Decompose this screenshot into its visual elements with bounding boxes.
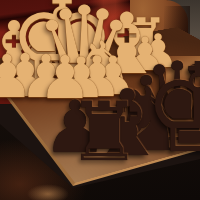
piece-light-queen: ♛ bbox=[33, 0, 134, 105]
piece-light-pawn: ♟ bbox=[38, 48, 91, 107]
piece-dark-knight: ♞ bbox=[110, 76, 189, 164]
piece-light-rook: ♜ bbox=[112, 10, 171, 75]
chess-photo-scene: ♝♞♚♛♞♝♜♟♟♟♟♟♟♟♟♟♟♜♝♞♛♚ bbox=[0, 0, 200, 200]
piece-light-knight: ♞ bbox=[6, 21, 71, 94]
piece-dark-pawn: ♟ bbox=[43, 91, 108, 163]
piece-dark-rook: ♜ bbox=[68, 92, 141, 173]
piece-light-pawn: ♟ bbox=[56, 50, 106, 106]
pieces-layer: ♝♞♚♛♞♝♜♟♟♟♟♟♟♟♟♟♟♜♝♞♛♚ bbox=[0, 0, 200, 200]
piece-light-pawn: ♟ bbox=[89, 50, 136, 103]
piece-dark-bishop: ♝ bbox=[86, 78, 168, 169]
piece-light-bishop: ♝ bbox=[89, 2, 164, 86]
piece-light-pawn: ♟ bbox=[0, 47, 34, 106]
piece-light-knight: ♞ bbox=[72, 32, 137, 105]
piece-light-pawn: ♟ bbox=[137, 28, 179, 74]
piece-dark-king: ♚ bbox=[143, 47, 200, 170]
piece-light-king: ♚ bbox=[7, 0, 116, 102]
piece-light-pawn: ♟ bbox=[19, 47, 72, 106]
piece-light-pawn: ♟ bbox=[124, 31, 166, 77]
piece-light-pawn: ♟ bbox=[0, 46, 52, 105]
piece-light-pawn: ♟ bbox=[72, 49, 122, 105]
piece-dark-queen: ♛ bbox=[128, 49, 200, 158]
piece-light-bishop: ♝ bbox=[0, 12, 48, 87]
